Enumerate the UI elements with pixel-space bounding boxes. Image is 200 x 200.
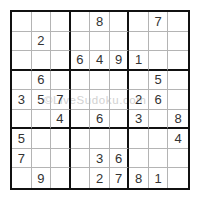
cell-r6c1[interactable] [12, 110, 32, 130]
cell-r2c2[interactable]: 2 [32, 32, 52, 52]
cell-r9c6[interactable]: 7 [110, 168, 130, 188]
cell-r3c5[interactable]: 4 [90, 51, 110, 71]
cell-r2c3[interactable] [51, 32, 71, 52]
cell-r2c5[interactable] [90, 32, 110, 52]
cell-r1c5[interactable]: 8 [90, 12, 110, 32]
cell-r7c6[interactable] [110, 129, 130, 149]
cell-r6c9[interactable]: 8 [168, 110, 188, 130]
cell-r4c8[interactable]: 5 [149, 71, 169, 91]
cell-r5c9[interactable] [168, 90, 188, 110]
cell-r2c1[interactable] [12, 32, 32, 52]
cell-r8c8[interactable] [149, 149, 169, 169]
cell-r8c7[interactable] [129, 149, 149, 169]
cell-r9c2[interactable]: 9 [32, 168, 52, 188]
cell-r3c1[interactable] [12, 51, 32, 71]
cell-r2c4[interactable] [71, 32, 91, 52]
cell-r2c9[interactable] [168, 32, 188, 52]
cell-r7c5[interactable] [90, 129, 110, 149]
cell-r9c9[interactable] [168, 168, 188, 188]
cell-r8c6[interactable]: 6 [110, 149, 130, 169]
cell-r4c9[interactable] [168, 71, 188, 91]
cell-r1c7[interactable] [129, 12, 149, 32]
cell-r7c1[interactable]: 5 [12, 129, 32, 149]
cell-r6c5[interactable]: 6 [90, 110, 110, 130]
cell-r6c4[interactable] [71, 110, 91, 130]
cell-r4c4[interactable] [71, 71, 91, 91]
cell-r3c8[interactable] [149, 51, 169, 71]
cell-r1c3[interactable] [51, 12, 71, 32]
cell-r9c4[interactable] [71, 168, 91, 188]
cell-r8c5[interactable]: 3 [90, 149, 110, 169]
cell-r6c3[interactable]: 4 [51, 110, 71, 130]
cell-r1c4[interactable] [71, 12, 91, 32]
cell-r5c7[interactable]: 2 [129, 90, 149, 110]
cell-r8c4[interactable] [71, 149, 91, 169]
cell-r1c8[interactable]: 7 [149, 12, 169, 32]
cell-r7c8[interactable] [149, 129, 169, 149]
cell-r1c1[interactable] [12, 12, 32, 32]
cell-r4c6[interactable] [110, 71, 130, 91]
cell-r8c2[interactable] [32, 149, 52, 169]
cell-r4c5[interactable] [90, 71, 110, 91]
cell-r7c4[interactable] [71, 129, 91, 149]
cell-r4c1[interactable] [12, 71, 32, 91]
cell-r3c3[interactable] [51, 51, 71, 71]
cell-r5c5[interactable] [90, 90, 110, 110]
cell-r5c8[interactable]: 6 [149, 90, 169, 110]
cell-r9c5[interactable]: 2 [90, 168, 110, 188]
cell-r4c2[interactable]: 6 [32, 71, 52, 91]
cell-r4c3[interactable] [51, 71, 71, 91]
cell-r7c9[interactable]: 4 [168, 129, 188, 149]
cell-r9c3[interactable] [51, 168, 71, 188]
cell-r8c1[interactable]: 7 [12, 149, 32, 169]
cell-r9c8[interactable]: 1 [149, 168, 169, 188]
cell-r1c2[interactable] [32, 12, 52, 32]
cell-r5c1[interactable]: 3 [12, 90, 32, 110]
cell-r5c3[interactable]: 7 [51, 90, 71, 110]
cell-r2c7[interactable] [129, 32, 149, 52]
cell-r3c9[interactable] [168, 51, 188, 71]
cell-r9c7[interactable]: 8 [129, 168, 149, 188]
cell-r3c6[interactable]: 9 [110, 51, 130, 71]
cell-r8c3[interactable] [51, 149, 71, 169]
cell-r1c9[interactable] [168, 12, 188, 32]
sudoku-board: 8726491653572646385473692781 [10, 10, 190, 190]
cell-r3c4[interactable]: 6 [71, 51, 91, 71]
cell-r8c9[interactable] [168, 149, 188, 169]
cell-r7c7[interactable] [129, 129, 149, 149]
cell-r6c7[interactable]: 3 [129, 110, 149, 130]
cell-r7c2[interactable] [32, 129, 52, 149]
cell-r5c6[interactable] [110, 90, 130, 110]
cell-r5c4[interactable] [71, 90, 91, 110]
cell-r1c6[interactable] [110, 12, 130, 32]
cell-r7c3[interactable] [51, 129, 71, 149]
cell-r6c6[interactable] [110, 110, 130, 130]
cell-r6c2[interactable] [32, 110, 52, 130]
cell-r9c1[interactable] [12, 168, 32, 188]
cell-r5c2[interactable]: 5 [32, 90, 52, 110]
cell-r6c8[interactable] [149, 110, 169, 130]
cell-r2c6[interactable] [110, 32, 130, 52]
cell-r4c7[interactable] [129, 71, 149, 91]
cell-r2c8[interactable] [149, 32, 169, 52]
cell-r3c2[interactable] [32, 51, 52, 71]
cell-r3c7[interactable]: 1 [129, 51, 149, 71]
sudoku-page: ©LiveSudoku.com 872649165357264638547369… [0, 0, 200, 200]
